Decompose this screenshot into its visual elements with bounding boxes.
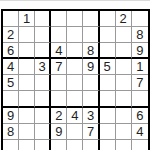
sudoku-cell-r3c5[interactable] [67,43,83,59]
sudoku-cell-r8c8[interactable] [116,124,132,140]
sudoku-cell-r8c6[interactable]: 7 [83,124,99,140]
sudoku-cell-r7c9[interactable]: 6 [132,108,148,124]
sudoku-cell-r2c1[interactable]: 2 [3,27,19,43]
sudoku-cell-r9c5[interactable] [67,140,83,150]
sudoku-cell-r4c4[interactable]: 7 [51,59,67,75]
sudoku-cell-r5c6[interactable] [83,75,99,91]
sudoku-cell-r7c6[interactable]: 3 [83,108,99,124]
sudoku-cell-r2c9[interactable]: 8 [132,27,148,43]
sudoku-cell-r3c8[interactable] [116,43,132,59]
sudoku-cell-r5c9[interactable]: 7 [132,75,148,91]
top-edge-line [0,0,150,1]
sudoku-cell-r2c2[interactable] [19,27,35,43]
sudoku-cell-r1c5[interactable] [67,11,83,27]
sudoku-cell-r7c5[interactable]: 4 [67,108,83,124]
sudoku-cell-r6c9[interactable] [132,91,148,107]
sudoku-cell-r4c7[interactable]: 5 [100,59,116,75]
sudoku-cell-r4c5[interactable] [67,59,83,75]
sudoku-cell-r9c1[interactable] [3,140,19,150]
sudoku-cell-r7c4[interactable]: 2 [51,108,67,124]
sudoku-cell-r7c7[interactable] [100,108,116,124]
sudoku-cell-r5c2[interactable] [19,75,35,91]
sudoku-cell-r4c8[interactable] [116,59,132,75]
sudoku-cell-r1c6[interactable] [83,11,99,27]
sudoku-cell-r7c3[interactable] [35,108,51,124]
sudoku-board: 1228648943795157924368974 [1,9,150,150]
sudoku-cell-r5c1[interactable]: 5 [3,75,19,91]
sudoku-cell-r9c6[interactable] [83,140,99,150]
sudoku-cell-r2c4[interactable] [51,27,67,43]
sudoku-cell-r2c3[interactable] [35,27,51,43]
sudoku-cell-r4c1[interactable]: 4 [3,59,19,75]
sudoku-cell-r8c9[interactable]: 4 [132,124,148,140]
sudoku-cell-r6c8[interactable] [116,91,132,107]
sudoku-cell-r4c3[interactable]: 3 [35,59,51,75]
sudoku-cell-r2c6[interactable] [83,27,99,43]
sudoku-cell-r7c8[interactable] [116,108,132,124]
sudoku-cell-r9c7[interactable] [100,140,116,150]
sudoku-cell-r3c2[interactable] [19,43,35,59]
sudoku-cell-r3c4[interactable]: 4 [51,43,67,59]
sudoku-cell-r6c5[interactable] [67,91,83,107]
sudoku-cell-r2c7[interactable] [100,27,116,43]
sudoku-cell-r1c9[interactable] [132,11,148,27]
sudoku-cell-r7c1[interactable]: 9 [3,108,19,124]
sudoku-cell-r8c4[interactable]: 9 [51,124,67,140]
sudoku-cell-r9c2[interactable] [19,140,35,150]
sudoku-cell-r2c8[interactable] [116,27,132,43]
sudoku-cell-r1c4[interactable] [51,11,67,27]
sudoku-cell-r2c5[interactable] [67,27,83,43]
sudoku-cell-r1c8[interactable]: 2 [116,11,132,27]
sudoku-cell-r1c3[interactable] [35,11,51,27]
sudoku-cell-r1c7[interactable] [100,11,116,27]
sudoku-cell-r6c4[interactable] [51,91,67,107]
sudoku-cell-r6c6[interactable] [83,91,99,107]
sudoku-cell-r3c3[interactable] [35,43,51,59]
sudoku-cell-r7c2[interactable] [19,108,35,124]
sudoku-cell-r6c7[interactable] [100,91,116,107]
sudoku-cell-r8c2[interactable] [19,124,35,140]
sudoku-cell-r8c7[interactable] [100,124,116,140]
sudoku-cell-r5c7[interactable] [100,75,116,91]
sudoku-cell-r5c8[interactable] [116,75,132,91]
sudoku-cell-r9c4[interactable] [51,140,67,150]
sudoku-cell-r6c3[interactable] [35,91,51,107]
sudoku-cell-r5c5[interactable] [67,75,83,91]
sudoku-cell-r4c9[interactable]: 1 [132,59,148,75]
sudoku-cell-r9c3[interactable] [35,140,51,150]
sudoku-screen: 1228648943795157924368974 [0,0,150,150]
sudoku-cell-r8c5[interactable] [67,124,83,140]
sudoku-cell-r5c4[interactable] [51,75,67,91]
sudoku-cell-r5c3[interactable] [35,75,51,91]
sudoku-cell-r4c2[interactable] [19,59,35,75]
sudoku-cell-r6c1[interactable] [3,91,19,107]
sudoku-cell-r3c9[interactable]: 9 [132,43,148,59]
sudoku-cell-r8c3[interactable] [35,124,51,140]
sudoku-cell-r1c2[interactable]: 1 [19,11,35,27]
sudoku-cell-r3c7[interactable] [100,43,116,59]
sudoku-cell-r3c1[interactable]: 6 [3,43,19,59]
sudoku-cell-r9c9[interactable] [132,140,148,150]
sudoku-cell-r6c2[interactable] [19,91,35,107]
sudoku-cell-r1c1[interactable] [3,11,19,27]
sudoku-cell-r4c6[interactable]: 9 [83,59,99,75]
sudoku-cell-r8c1[interactable]: 8 [3,124,19,140]
sudoku-cell-r9c8[interactable] [116,140,132,150]
sudoku-cell-r3c6[interactable]: 8 [83,43,99,59]
